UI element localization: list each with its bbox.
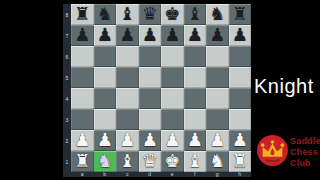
square-g7[interactable]: ♟ (206, 25, 229, 46)
rank-label-7: 7 (63, 25, 71, 46)
rank-label-8: 8 (63, 4, 71, 25)
piece-black-rook: ♜ (232, 5, 248, 23)
piece-white-pawn: ♟ (164, 131, 180, 149)
piece-black-pawn: ♟ (232, 26, 248, 44)
square-f7[interactable]: ♟ (184, 25, 207, 46)
square-d5[interactable] (139, 67, 162, 88)
piece-white-knight: ♞ (209, 152, 225, 170)
file-label-d: d (139, 172, 162, 177)
square-h6[interactable] (229, 46, 252, 67)
piece-black-pawn: ♟ (187, 26, 203, 44)
piece-black-knight: ♞ (97, 5, 113, 23)
piece-black-bishop: ♝ (119, 5, 135, 23)
piece-white-queen: ♛ (142, 152, 158, 170)
rank-label-3: 3 (63, 109, 71, 130)
square-h8[interactable]: ♜ (229, 4, 252, 25)
square-e2[interactable]: ♟ (161, 130, 184, 151)
caption-knight: Knight (254, 75, 314, 98)
square-h1[interactable]: ♜ (229, 151, 252, 172)
file-label-f: f (184, 172, 207, 177)
square-f4[interactable] (184, 88, 207, 109)
square-b7[interactable]: ♟ (94, 25, 117, 46)
square-g3[interactable] (206, 109, 229, 130)
square-d7[interactable]: ♟ (139, 25, 162, 46)
piece-white-pawn: ♟ (119, 131, 135, 149)
square-b1[interactable]: ♞ (94, 151, 117, 172)
square-a1[interactable]: ♜ (71, 151, 94, 172)
piece-black-pawn: ♟ (74, 26, 90, 44)
square-g6[interactable] (206, 46, 229, 67)
square-b3[interactable] (94, 109, 117, 130)
square-a6[interactable] (71, 46, 94, 67)
piece-white-pawn: ♟ (74, 131, 90, 149)
square-f5[interactable] (184, 67, 207, 88)
rank-label-2: 2 (63, 130, 71, 151)
channel-name: Saddle Chess Club (290, 136, 320, 169)
square-b5[interactable] (94, 67, 117, 88)
piece-black-pawn: ♟ (164, 26, 180, 44)
file-label-c: c (116, 172, 139, 177)
board-grid: ♜♞♝♛♚♝♞♜♟♟♟♟♟♟♟♟♟♟♟♟♟♟♟♟♜♞♝♛♚♝♞♜ (71, 4, 251, 172)
square-h3[interactable] (229, 109, 252, 130)
piece-white-pawn: ♟ (187, 131, 203, 149)
square-f8[interactable]: ♝ (184, 4, 207, 25)
piece-white-bishop: ♝ (187, 152, 203, 170)
square-g5[interactable] (206, 67, 229, 88)
square-e5[interactable] (161, 67, 184, 88)
square-a7[interactable]: ♟ (71, 25, 94, 46)
piece-black-knight: ♞ (209, 5, 225, 23)
square-g4[interactable] (206, 88, 229, 109)
square-c1[interactable]: ♝ (116, 151, 139, 172)
crown-icon (260, 138, 285, 163)
square-c3[interactable] (116, 109, 139, 130)
rank-labels: 87654321 (63, 4, 71, 177)
square-e4[interactable] (161, 88, 184, 109)
rank-label-1: 1 (63, 151, 71, 172)
piece-white-pawn: ♟ (142, 131, 158, 149)
piece-black-queen: ♛ (142, 5, 158, 23)
square-f6[interactable] (184, 46, 207, 67)
square-c7[interactable]: ♟ (116, 25, 139, 46)
file-label-g: g (206, 172, 229, 177)
square-e8[interactable]: ♚ (161, 4, 184, 25)
square-e1[interactable]: ♚ (161, 151, 184, 172)
piece-white-rook: ♜ (232, 152, 248, 170)
channel-logo: Saddle Chess Club (257, 135, 320, 169)
channel-name-line3: Club (290, 158, 320, 169)
piece-white-pawn: ♟ (209, 131, 225, 149)
rank-label-6: 6 (63, 46, 71, 67)
square-d1[interactable]: ♛ (139, 151, 162, 172)
piece-white-pawn: ♟ (97, 131, 113, 149)
piece-white-bishop: ♝ (119, 152, 135, 170)
channel-name-line1: Saddle (290, 136, 320, 147)
file-label-e: e (161, 172, 184, 177)
square-a2[interactable]: ♟ (71, 130, 94, 151)
file-labels: abcdefgh (71, 172, 251, 177)
square-c8[interactable]: ♝ (116, 4, 139, 25)
square-e3[interactable] (161, 109, 184, 130)
piece-white-rook: ♜ (74, 152, 90, 170)
square-f3[interactable] (184, 109, 207, 130)
square-b4[interactable] (94, 88, 117, 109)
square-c5[interactable] (116, 67, 139, 88)
square-f1[interactable]: ♝ (184, 151, 207, 172)
piece-black-pawn: ♟ (209, 26, 225, 44)
rank-label-4: 4 (63, 88, 71, 109)
file-label-h: h (229, 172, 252, 177)
rank-label-5: 5 (63, 67, 71, 88)
file-label-a: a (71, 172, 94, 177)
crown-badge (257, 135, 288, 166)
square-d8[interactable]: ♛ (139, 4, 162, 25)
square-c2[interactable]: ♟ (116, 130, 139, 151)
channel-name-line2: Chess (290, 147, 320, 158)
piece-black-bishop: ♝ (187, 5, 203, 23)
square-g8[interactable]: ♞ (206, 4, 229, 25)
square-b8[interactable]: ♞ (94, 4, 117, 25)
square-a8[interactable]: ♜ (71, 4, 94, 25)
piece-white-king: ♚ (164, 152, 180, 170)
square-a5[interactable] (71, 67, 94, 88)
square-g1[interactable]: ♞ (206, 151, 229, 172)
square-f2[interactable]: ♟ (184, 130, 207, 151)
video-frame: 87654321 ♜♞♝♛♚♝♞♜♟♟♟♟♟♟♟♟♟♟♟♟♟♟♟♟♜♞♝♛♚♝♞… (0, 0, 320, 180)
square-d6[interactable] (139, 46, 162, 67)
square-h2[interactable]: ♟ (229, 130, 252, 151)
piece-black-pawn: ♟ (142, 26, 158, 44)
piece-white-knight: ♞ (97, 152, 113, 170)
file-label-b: b (94, 172, 117, 177)
square-g2[interactable]: ♟ (206, 130, 229, 151)
square-c6[interactable] (116, 46, 139, 67)
square-b2[interactable]: ♟ (94, 130, 117, 151)
square-a3[interactable] (71, 109, 94, 130)
square-h4[interactable] (229, 88, 252, 109)
board-main: ♜♞♝♛♚♝♞♜♟♟♟♟♟♟♟♟♟♟♟♟♟♟♟♟♜♞♝♛♚♝♞♜ abcdefg… (71, 4, 251, 177)
square-h7[interactable]: ♟ (229, 25, 252, 46)
square-e7[interactable]: ♟ (161, 25, 184, 46)
piece-black-king: ♚ (164, 5, 180, 23)
square-c4[interactable] (116, 88, 139, 109)
piece-black-pawn: ♟ (97, 26, 113, 44)
square-a4[interactable] (71, 88, 94, 109)
square-e6[interactable] (161, 46, 184, 67)
piece-black-pawn: ♟ (119, 26, 135, 44)
piece-black-rook: ♜ (74, 5, 90, 23)
square-d4[interactable] (139, 88, 162, 109)
square-d3[interactable] (139, 109, 162, 130)
piece-white-pawn: ♟ (232, 131, 248, 149)
square-h5[interactable] (229, 67, 252, 88)
square-d2[interactable]: ♟ (139, 130, 162, 151)
square-b6[interactable] (94, 46, 117, 67)
chess-board: 87654321 ♜♞♝♛♚♝♞♜♟♟♟♟♟♟♟♟♟♟♟♟♟♟♟♟♜♞♝♛♚♝♞… (63, 4, 251, 177)
